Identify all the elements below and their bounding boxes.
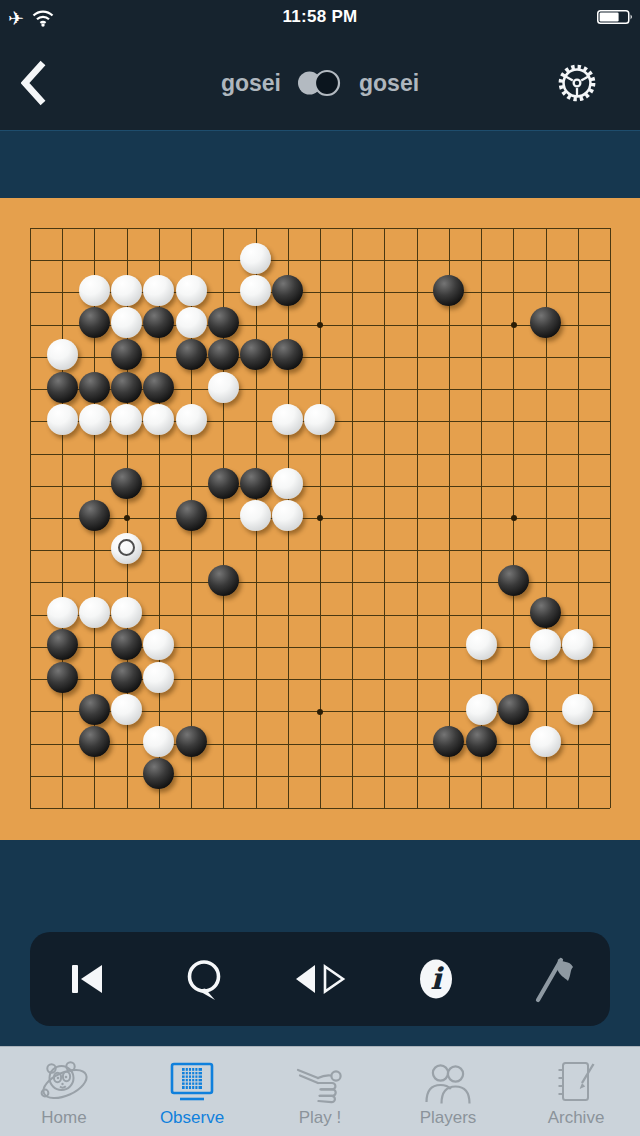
black-stone	[530, 307, 561, 338]
tab-archive[interactable]: Archive	[512, 1047, 640, 1136]
white-stone	[143, 726, 174, 757]
grid-line-vertical	[384, 228, 385, 808]
black-stone	[530, 597, 561, 628]
white-player-name: gosei	[221, 70, 281, 97]
navigation-bar: gosei gosei	[0, 36, 640, 130]
tab-label-archive: Archive	[548, 1108, 605, 1128]
black-stone	[79, 726, 110, 757]
tab-observe[interactable]: Observe	[128, 1047, 256, 1136]
status-bar: ✈ 11:58 PM	[0, 0, 640, 36]
resign-flag-icon	[529, 955, 575, 1003]
black-stone	[143, 307, 174, 338]
white-stone	[143, 629, 174, 660]
settings-gear-icon	[556, 62, 598, 104]
tab-play[interactable]: Play !	[256, 1047, 384, 1136]
flicking-hand-icon	[294, 1051, 346, 1105]
star-point	[511, 322, 517, 328]
star-point	[124, 515, 130, 521]
tab-home[interactable]: Home	[0, 1047, 128, 1136]
black-stone	[111, 662, 142, 693]
grid-line-horizontal	[30, 744, 610, 745]
black-stone	[433, 275, 464, 306]
player-color-toggle-icon[interactable]	[295, 69, 345, 97]
black-stone	[47, 662, 78, 693]
white-stone	[111, 307, 142, 338]
white-stone	[304, 404, 335, 435]
white-stone	[176, 275, 207, 306]
white-stone	[79, 275, 110, 306]
players-title: gosei gosei	[0, 36, 640, 130]
people-icon	[423, 1051, 473, 1105]
go-board[interactable]	[0, 198, 640, 840]
white-stone	[562, 629, 593, 660]
white-stone	[240, 500, 271, 531]
black-stone	[111, 372, 142, 403]
white-stone	[143, 662, 174, 693]
black-stone	[498, 565, 529, 596]
panda-icon	[38, 1051, 90, 1105]
black-stone	[433, 726, 464, 757]
back-button[interactable]	[14, 56, 54, 112]
black-stone	[47, 372, 78, 403]
black-stone	[208, 307, 239, 338]
tab-label-players: Players	[420, 1108, 477, 1128]
white-stone	[143, 275, 174, 306]
white-stone	[176, 307, 207, 338]
black-stone	[208, 565, 239, 596]
star-point	[511, 515, 517, 521]
white-stone	[47, 404, 78, 435]
black-stone	[466, 726, 497, 757]
black-stone	[176, 339, 207, 370]
tab-label-observe: Observe	[160, 1108, 224, 1128]
black-stone	[498, 694, 529, 725]
tab-label-home: Home	[41, 1108, 86, 1128]
last-move-marker	[118, 539, 135, 556]
white-stone	[562, 694, 593, 725]
white-stone	[111, 275, 142, 306]
chevron-left-icon	[21, 60, 47, 106]
grid-line-vertical	[449, 228, 450, 808]
star-point	[317, 322, 323, 328]
black-player-name: gosei	[359, 70, 419, 97]
battery-icon	[597, 10, 634, 24]
black-stone	[111, 468, 142, 499]
black-stone	[240, 468, 271, 499]
header: ✈ 11:58 PM gosei	[0, 0, 640, 130]
black-stone	[272, 339, 303, 370]
tab-bar: Home Observe	[0, 1046, 640, 1136]
white-stone	[466, 694, 497, 725]
skip-to-start-button[interactable]	[58, 949, 118, 1009]
white-stone	[47, 597, 78, 628]
white-stone	[111, 404, 142, 435]
prev-next-arrows-icon	[293, 962, 347, 996]
black-stone	[143, 758, 174, 789]
black-stone	[208, 468, 239, 499]
grid-line-vertical	[352, 228, 353, 808]
playback-toolbar: i	[30, 932, 610, 1026]
white-stone	[240, 243, 271, 274]
tab-players[interactable]: Players	[384, 1047, 512, 1136]
black-stone	[79, 307, 110, 338]
black-stone	[79, 694, 110, 725]
black-stone	[272, 275, 303, 306]
white-stone	[272, 468, 303, 499]
white-stone	[176, 404, 207, 435]
chat-button[interactable]	[174, 949, 234, 1009]
black-stone	[79, 372, 110, 403]
black-stone	[111, 339, 142, 370]
black-stone	[176, 500, 207, 531]
black-stone	[176, 726, 207, 757]
black-stone	[208, 339, 239, 370]
white-stone	[240, 275, 271, 306]
white-stone	[47, 339, 78, 370]
skip-to-start-icon	[66, 959, 110, 999]
black-stone	[79, 500, 110, 531]
white-stone	[143, 404, 174, 435]
white-stone	[79, 597, 110, 628]
white-stone	[530, 629, 561, 660]
star-point	[317, 709, 323, 715]
black-stone	[143, 372, 174, 403]
white-stone	[111, 694, 142, 725]
black-stone	[240, 339, 271, 370]
info-icon: i	[416, 957, 456, 1001]
grid-line-horizontal	[30, 808, 610, 809]
info-button[interactable]: i	[406, 949, 466, 1009]
step-back-forward-button[interactable]	[290, 949, 350, 1009]
top-spacer-band	[0, 130, 640, 199]
star-point	[317, 515, 323, 521]
tab-label-play: Play !	[299, 1108, 342, 1128]
black-stone	[47, 629, 78, 660]
grid-line-vertical	[610, 228, 611, 808]
notebook-pencil-icon	[554, 1051, 598, 1105]
white-stone	[530, 726, 561, 757]
app-screen: ✈ 11:58 PM gosei	[0, 0, 640, 1136]
white-stone	[208, 372, 239, 403]
white-stone	[79, 404, 110, 435]
speech-bubble-icon	[181, 956, 227, 1002]
grid-line-horizontal	[30, 776, 610, 777]
settings-button[interactable]	[556, 62, 598, 107]
resign-button[interactable]	[522, 949, 582, 1009]
white-stone	[466, 629, 497, 660]
white-stone	[272, 500, 303, 531]
go-board-monitor-icon	[167, 1051, 217, 1105]
black-stone	[111, 629, 142, 660]
status-time: 11:58 PM	[0, 0, 640, 34]
grid-line-vertical	[417, 228, 418, 808]
white-stone	[111, 533, 142, 564]
white-stone	[111, 597, 142, 628]
white-stone	[272, 404, 303, 435]
